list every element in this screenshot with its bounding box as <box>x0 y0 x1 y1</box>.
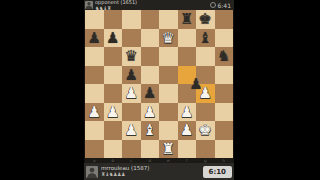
square-a1[interactable] <box>85 140 104 159</box>
letterbox-right <box>234 0 320 180</box>
square-e4[interactable] <box>159 84 178 103</box>
square-c4[interactable]: ♟ <box>122 84 141 103</box>
square-c6[interactable]: ♛ <box>122 47 141 66</box>
square-h7[interactable] <box>215 29 234 48</box>
square-c1[interactable] <box>122 140 141 159</box>
white-pawn[interactable]: ♟ <box>122 121 141 140</box>
square-h5[interactable] <box>215 66 234 85</box>
square-h4[interactable] <box>215 84 234 103</box>
square-h3[interactable] <box>215 103 234 122</box>
square-h6[interactable]: ♞ <box>215 47 234 66</box>
square-g6[interactable] <box>196 47 215 66</box>
white-pawn[interactable]: ♟ <box>104 103 123 122</box>
player-clock: 6:10 <box>203 166 232 178</box>
player-bar: mrrouleau (1587) ♜♝♞♟♟♟ 6:10 <box>84 163 234 180</box>
square-a7[interactable]: ♟ <box>85 29 104 48</box>
black-rook[interactable]: ♜ <box>178 10 197 29</box>
white-pawn[interactable]: ♟ <box>141 103 160 122</box>
square-f2[interactable]: ♟ <box>178 121 197 140</box>
white-king[interactable]: ♚ <box>196 121 215 140</box>
opponent-avatar[interactable] <box>85 1 93 9</box>
square-g7[interactable]: ♝ <box>196 29 215 48</box>
square-c5[interactable]: ♟ <box>122 66 141 85</box>
black-pawn[interactable]: ♟ <box>122 66 141 85</box>
square-d5[interactable] <box>141 66 160 85</box>
opponent-bar: opponent (1651) ♞♞♝♜ 6:41 <box>84 0 234 10</box>
square-d2[interactable]: ♝ <box>141 121 160 140</box>
square-b2[interactable] <box>104 121 123 140</box>
square-a5[interactable] <box>85 66 104 85</box>
square-b7[interactable]: ♟ <box>104 29 123 48</box>
black-queen[interactable]: ♛ <box>122 47 141 66</box>
person-icon <box>85 1 93 9</box>
square-c8[interactable] <box>122 10 141 29</box>
square-a2[interactable] <box>85 121 104 140</box>
square-g2[interactable]: ♚ <box>196 121 215 140</box>
square-f8[interactable]: ♜ <box>178 10 197 29</box>
person-icon <box>86 166 98 178</box>
square-e3[interactable] <box>159 103 178 122</box>
white-bishop[interactable]: ♝ <box>141 121 160 140</box>
square-f7[interactable] <box>178 29 197 48</box>
black-pawn[interactable]: ♟ <box>104 29 123 48</box>
square-b1[interactable] <box>104 140 123 159</box>
square-b3[interactable]: ♟ <box>104 103 123 122</box>
square-g8[interactable]: ♚ <box>196 10 215 29</box>
square-g1[interactable] <box>196 140 215 159</box>
square-e5[interactable] <box>159 66 178 85</box>
player-captured-pieces: ♜♝♞♟♟♟ <box>101 172 149 177</box>
square-h2[interactable] <box>215 121 234 140</box>
white-pawn[interactable]: ♟ <box>178 103 197 122</box>
square-d3[interactable]: ♟ <box>141 103 160 122</box>
white-queen[interactable]: ♛ <box>159 29 178 48</box>
white-pawn[interactable]: ♟ <box>85 103 104 122</box>
black-pawn-moving[interactable]: ♟ <box>187 75 206 94</box>
opponent-clock: 6:41 <box>218 2 231 9</box>
square-g3[interactable] <box>196 103 215 122</box>
square-b4[interactable] <box>104 84 123 103</box>
square-d7[interactable] <box>141 29 160 48</box>
square-e8[interactable] <box>159 10 178 29</box>
square-e1[interactable]: ♜ <box>159 140 178 159</box>
black-knight[interactable]: ♞ <box>215 47 234 66</box>
black-pawn[interactable]: ♟ <box>85 29 104 48</box>
white-pawn[interactable]: ♟ <box>178 121 197 140</box>
square-c2[interactable]: ♟ <box>122 121 141 140</box>
square-b5[interactable] <box>104 66 123 85</box>
square-b8[interactable] <box>104 10 123 29</box>
app-screenshot: opponent (1651) ♞♞♝♜ 6:41 ♜♚♟♟♛♝♛♞♟♟♟♟♟♟… <box>0 0 320 180</box>
square-h1[interactable] <box>215 140 234 159</box>
square-a8[interactable] <box>85 10 104 29</box>
chess-app: opponent (1651) ♞♞♝♜ 6:41 ♜♚♟♟♛♝♛♞♟♟♟♟♟♟… <box>84 0 234 180</box>
square-d4[interactable]: ♟ <box>141 84 160 103</box>
black-bishop[interactable]: ♝ <box>196 29 215 48</box>
white-rook[interactable]: ♜ <box>159 140 178 159</box>
square-c3[interactable] <box>122 103 141 122</box>
opponent-name: opponent (1651) <box>95 0 137 5</box>
square-f3[interactable]: ♟ <box>178 103 197 122</box>
square-e7[interactable]: ♛ <box>159 29 178 48</box>
white-pawn[interactable]: ♟ <box>122 84 141 103</box>
clock-icon <box>210 2 216 8</box>
black-king[interactable]: ♚ <box>196 10 215 29</box>
letterbox-left <box>0 0 84 180</box>
player-avatar[interactable] <box>86 166 98 178</box>
square-a3[interactable]: ♟ <box>85 103 104 122</box>
square-a4[interactable] <box>85 84 104 103</box>
square-c7[interactable] <box>122 29 141 48</box>
black-pawn[interactable]: ♟ <box>141 84 160 103</box>
square-b6[interactable] <box>104 47 123 66</box>
square-h8[interactable] <box>215 10 234 29</box>
chess-board[interactable]: ♜♚♟♟♛♝♛♞♟♟♟♟♟♟♟♟♟♝♟♚♜♟ <box>85 10 233 158</box>
square-d6[interactable] <box>141 47 160 66</box>
square-e2[interactable] <box>159 121 178 140</box>
square-e6[interactable] <box>159 47 178 66</box>
square-f1[interactable] <box>178 140 197 159</box>
square-d8[interactable] <box>141 10 160 29</box>
square-f6[interactable] <box>178 47 197 66</box>
square-d1[interactable] <box>141 140 160 159</box>
square-a6[interactable] <box>85 47 104 66</box>
